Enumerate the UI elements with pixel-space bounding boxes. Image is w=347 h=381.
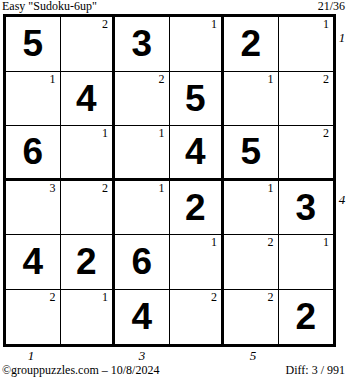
given-digit: 6 (131, 243, 152, 280)
cell-r4c5[interactable]: 1 (224, 181, 279, 236)
corner-mark: 2 (268, 291, 274, 303)
given-digit: 3 (295, 189, 316, 226)
corner-mark: 1 (211, 236, 217, 248)
cell-r6c1[interactable]: 2 (6, 290, 61, 345)
row-label-4: 4 (337, 193, 347, 207)
cell-r4c4: 2 (170, 181, 225, 236)
cell-r5c2: 2 (61, 235, 116, 290)
given-digit: 2 (76, 243, 97, 280)
corner-mark: 1 (211, 18, 217, 30)
cell-r6c6: 2 (279, 290, 334, 345)
cell-r2c5[interactable]: 1 (224, 72, 279, 127)
cell-r5c5[interactable]: 2 (224, 235, 279, 290)
copyright-text: ©grouppuzzles.com – 10/8/2024 (2, 363, 159, 377)
cell-r4c3[interactable]: 1 (115, 181, 170, 236)
puzzle-page: Easy "Sudoku-6up" 21/36 5231211425126114… (0, 0, 347, 381)
corner-mark: 1 (323, 236, 329, 248)
given-digit: 2 (185, 189, 206, 226)
corner-mark: 3 (50, 182, 56, 194)
cell-r5c6[interactable]: 1 (279, 235, 334, 290)
cell-r5c3: 6 (115, 235, 170, 290)
cell-r5c4[interactable]: 1 (170, 235, 225, 290)
corner-mark: 2 (323, 127, 329, 139)
given-digit: 5 (22, 25, 43, 62)
given-digit: 3 (131, 25, 152, 62)
col-label-3: 3 (114, 349, 170, 363)
cell-r1c3: 3 (115, 17, 170, 72)
corner-mark: 1 (159, 127, 165, 139)
corner-mark: 2 (323, 73, 329, 85)
corner-mark: 1 (102, 127, 108, 139)
cell-r2c1[interactable]: 1 (6, 72, 61, 127)
given-digit: 2 (295, 298, 316, 335)
col-label-5: 5 (225, 349, 281, 363)
corner-mark: 1 (268, 182, 274, 194)
given-digit: 6 (22, 133, 43, 170)
cell-r3c5: 5 (224, 126, 279, 181)
cell-r3c3[interactable]: 1 (115, 126, 170, 181)
cell-r2c2: 4 (61, 72, 116, 127)
footer: ©grouppuzzles.com – 10/8/2024 Diff: 3 / … (2, 363, 345, 379)
corner-mark: 2 (102, 182, 108, 194)
difficulty-text: Diff: 3 / 991 (286, 363, 345, 377)
given-digit: 5 (185, 80, 206, 117)
corner-mark: 2 (159, 73, 165, 85)
cell-r2c3[interactable]: 2 (115, 72, 170, 127)
cell-r1c5: 2 (224, 17, 279, 72)
cell-r2c4: 5 (170, 72, 225, 127)
cell-r6c3: 4 (115, 290, 170, 345)
given-digit: 5 (240, 133, 261, 170)
given-digit: 2 (240, 25, 261, 62)
given-digit: 4 (22, 243, 43, 280)
given-digit: 4 (131, 298, 152, 335)
corner-mark: 1 (50, 73, 56, 85)
given-digit: 4 (185, 133, 206, 170)
cell-r2c6[interactable]: 2 (279, 72, 334, 127)
cell-r3c6[interactable]: 2 (279, 126, 334, 181)
corner-mark: 1 (323, 18, 329, 30)
cell-r1c6[interactable]: 1 (279, 17, 334, 72)
cell-r4c1[interactable]: 3 (6, 181, 61, 236)
puzzle-title: Easy "Sudoku-6up" (2, 0, 97, 13)
corner-mark: 1 (268, 73, 274, 85)
cell-r3c4: 4 (170, 126, 225, 181)
cell-r4c2[interactable]: 2 (61, 181, 116, 236)
corner-mark: 2 (211, 291, 217, 303)
row-label-1: 1 (337, 31, 347, 45)
corner-mark: 1 (159, 182, 165, 194)
cell-r3c1: 6 (6, 126, 61, 181)
cell-r5c1: 4 (6, 235, 61, 290)
cell-r6c4[interactable]: 2 (170, 290, 225, 345)
cell-r6c2[interactable]: 1 (61, 290, 116, 345)
corner-mark: 2 (102, 18, 108, 30)
cell-r6c5[interactable]: 2 (224, 290, 279, 345)
given-digit: 4 (76, 80, 97, 117)
cell-r1c2[interactable]: 2 (61, 17, 116, 72)
corner-mark: 2 (50, 291, 56, 303)
col-label-1: 1 (3, 349, 59, 363)
corner-mark: 1 (102, 291, 108, 303)
sudoku-board: 523121142512611452321213426121214222 (3, 14, 336, 347)
cell-r1c1: 5 (6, 17, 61, 72)
cell-r3c2[interactable]: 1 (61, 126, 116, 181)
cell-r4c6: 3 (279, 181, 334, 236)
cell-r1c4[interactable]: 1 (170, 17, 225, 72)
header: Easy "Sudoku-6up" 21/36 (2, 0, 345, 14)
cell-counter: 21/36 (318, 0, 345, 13)
corner-mark: 2 (268, 236, 274, 248)
